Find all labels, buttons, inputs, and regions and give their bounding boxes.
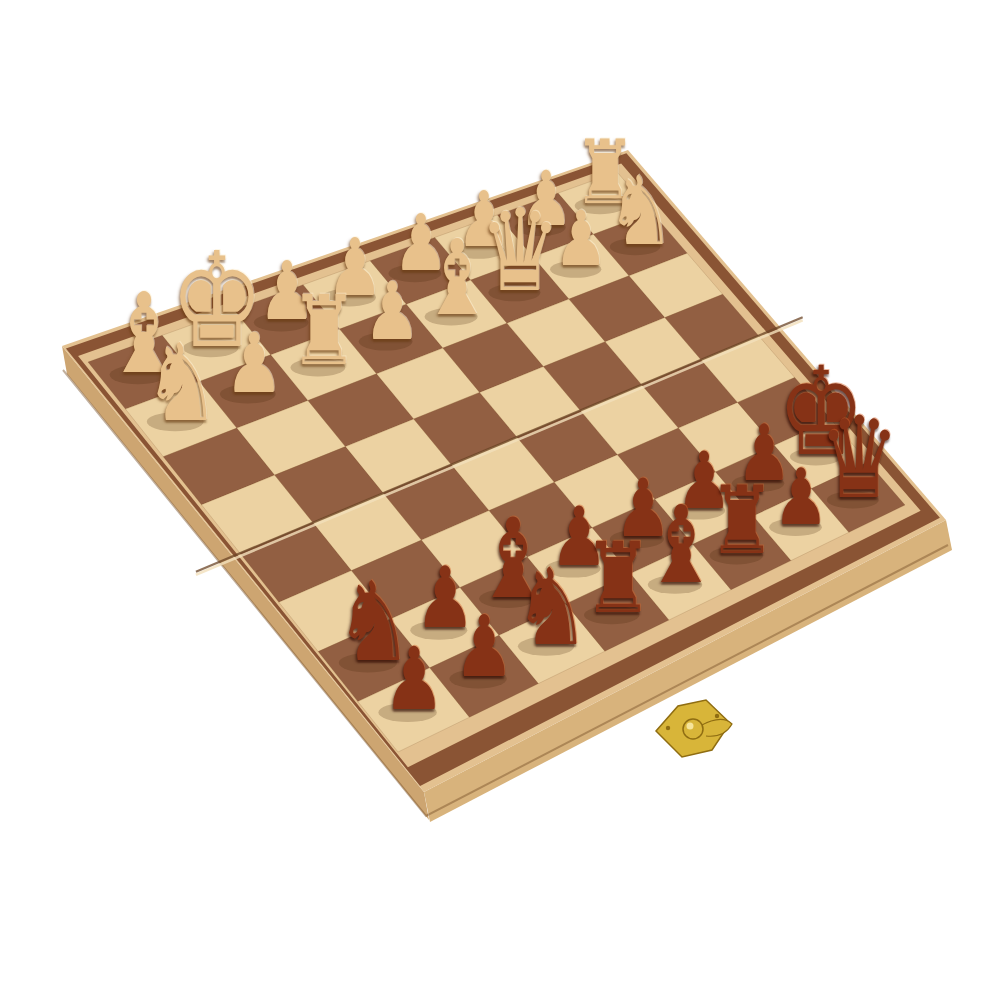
chess-set-photo: ♝♚♟♟♟♟♟♜♞♟♜♟♝♛♟♞♞♟♝♟♟♟♟♚♟♟♞♜♝♜♟♛ (0, 0, 1000, 1000)
pawn-glyph: ♟ (224, 322, 283, 405)
piece-white-rook-c2[interactable]: ♜ (281, 283, 367, 379)
piece-black-pawn-b8[interactable]: ♟ (446, 604, 522, 689)
piece-white-knight-a2[interactable]: ♞ (133, 329, 229, 436)
knight-glyph: ♞ (514, 554, 590, 660)
pawn-glyph: ♟ (383, 637, 445, 724)
pawn-glyph: ♟ (454, 604, 515, 689)
rook-glyph: ♜ (289, 283, 358, 379)
bishop-glyph: ♝ (420, 226, 495, 330)
knight-glyph: ♞ (143, 329, 220, 436)
brass-clasp (656, 700, 732, 757)
pawn-glyph: ♟ (363, 272, 420, 352)
knight-glyph: ♞ (606, 164, 674, 259)
piece-black-pawn-a8[interactable]: ♟ (375, 637, 453, 724)
